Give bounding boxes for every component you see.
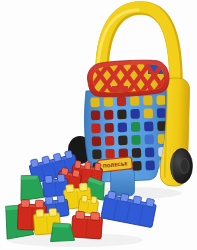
basket-hole — [143, 96, 153, 106]
basket-hole — [144, 135, 154, 145]
basket-hole — [130, 96, 140, 106]
block-stud — [35, 200, 43, 208]
basket-hole — [132, 148, 142, 158]
basket-hole — [91, 123, 101, 133]
block-stud — [45, 196, 53, 204]
block-stud — [36, 209, 44, 217]
block-stud — [21, 200, 29, 208]
block-stud — [49, 208, 57, 216]
toy-trolley-scene: ПОЛЕСЬЕ — [0, 0, 197, 250]
basket-hole — [104, 97, 114, 107]
basket-hole — [144, 109, 154, 119]
product-photo: ПОЛЕСЬЕ — [0, 0, 197, 250]
basket-hole — [145, 147, 155, 157]
block-stud — [76, 211, 85, 219]
basket-hole — [117, 109, 127, 119]
basket-hole — [118, 135, 128, 145]
block-stud — [120, 193, 129, 202]
block-stud — [91, 212, 100, 220]
basket-hole — [131, 135, 141, 145]
block-stud — [81, 195, 87, 202]
basket-hole — [91, 110, 101, 120]
block-stud — [133, 196, 142, 205]
basket-hole — [105, 149, 115, 159]
block-stud — [84, 162, 91, 170]
basket-hole — [156, 95, 166, 105]
basket-hole — [144, 122, 154, 132]
block-stud — [66, 184, 75, 192]
basket-hole — [104, 110, 114, 120]
block-stud — [94, 163, 101, 171]
basket-hole — [105, 136, 115, 146]
right-wheel — [171, 149, 193, 184]
basket-hole — [130, 109, 140, 119]
basket-hole — [92, 136, 102, 146]
toy-block-green — [50, 222, 75, 242]
basket-hole — [117, 96, 127, 106]
block-stud — [72, 170, 80, 178]
block-stud — [91, 196, 97, 203]
block-stud — [57, 195, 65, 203]
basket-hole — [92, 149, 102, 159]
block-stud — [45, 175, 53, 183]
basket-hole — [145, 160, 155, 170]
block-stud — [42, 156, 50, 165]
block-stud — [107, 191, 116, 200]
basket-hole — [90, 97, 100, 107]
block-stud — [146, 198, 155, 207]
block-stud — [79, 183, 88, 191]
basket-hole — [157, 108, 167, 118]
block-stud — [53, 153, 61, 162]
basket-hole — [132, 161, 142, 171]
block-stud — [65, 150, 73, 159]
basket-hole — [131, 122, 141, 132]
block-stud — [30, 159, 38, 168]
block-stud — [57, 174, 65, 182]
block-stud — [75, 161, 82, 169]
basket-hole — [104, 123, 114, 133]
basket-hole — [118, 122, 128, 132]
toy-block-red — [71, 211, 103, 239]
